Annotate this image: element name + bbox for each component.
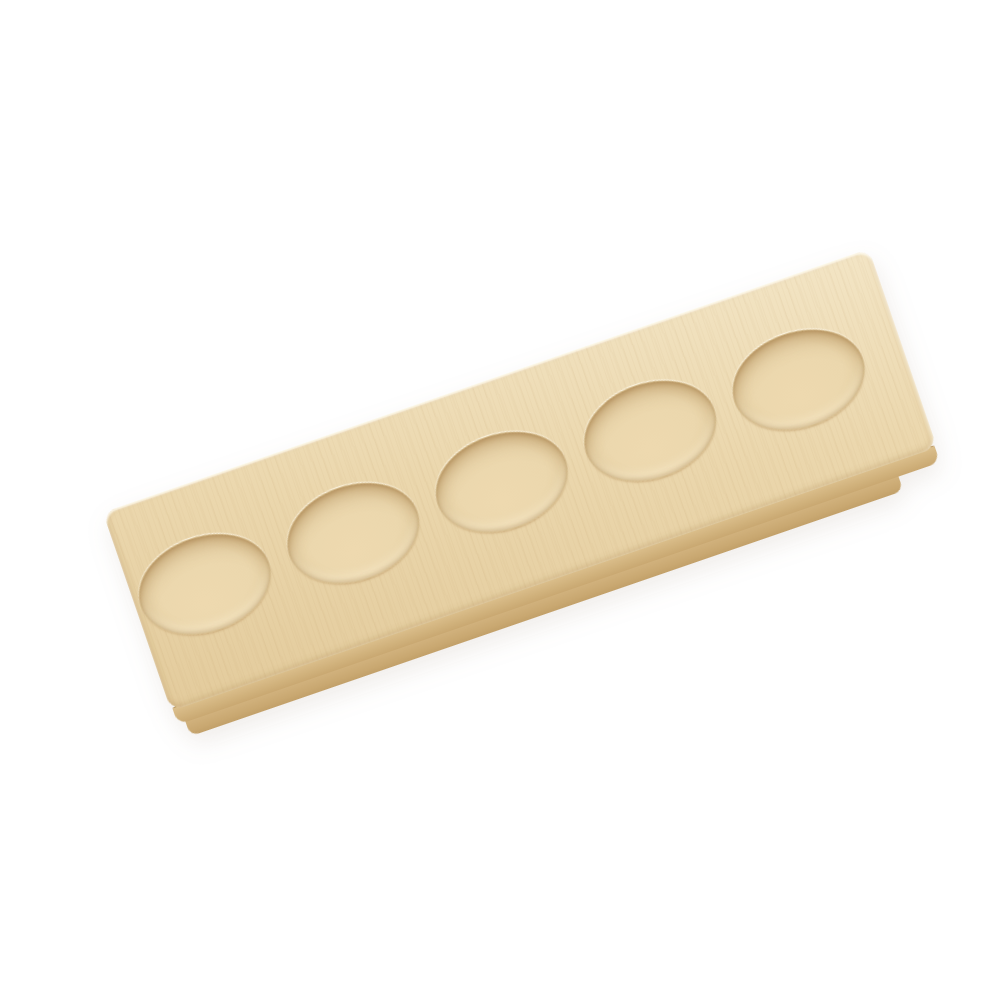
tray-top-surface	[103, 249, 937, 711]
tray-recess-4	[570, 363, 730, 498]
product-photo	[0, 0, 1000, 1000]
tray-recess-3	[422, 415, 582, 550]
tray-recess-5	[719, 312, 879, 447]
tray-recess-2	[273, 466, 433, 601]
wooden-tray	[103, 249, 937, 711]
tray-recess-1	[125, 517, 285, 652]
